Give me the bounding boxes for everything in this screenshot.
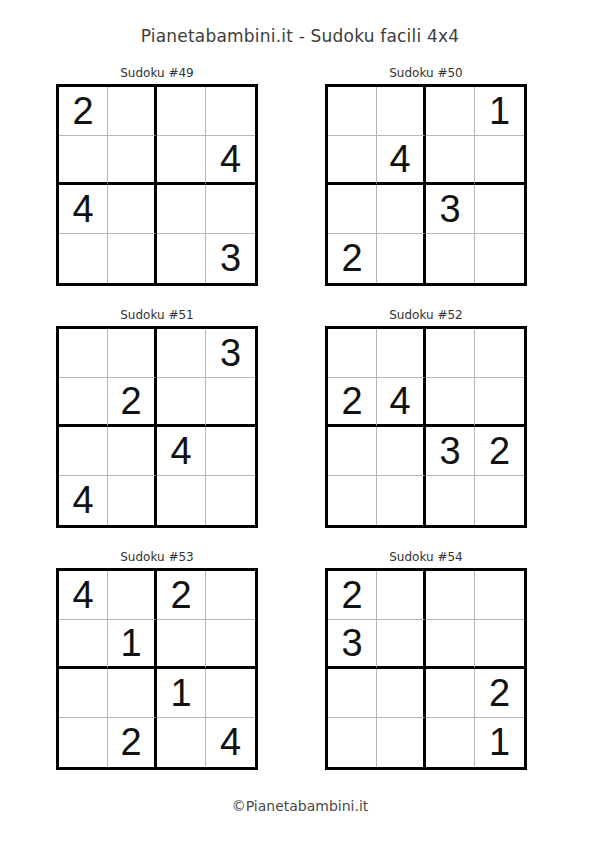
cell-r4c4 [206, 476, 255, 525]
cell-r2c1 [59, 620, 108, 669]
sudoku-board-52: 2432 [325, 326, 527, 528]
cell-r2c1 [328, 136, 377, 185]
cell-r4c3 [157, 718, 206, 767]
puzzle-sudoku-52: Sudoku #52 2432 [325, 308, 527, 528]
cell-r2c4 [206, 620, 255, 669]
cell-r4c2 [377, 234, 426, 283]
cell-r1c1: 2 [59, 87, 108, 136]
puzzle-sudoku-54: Sudoku #54 2321 [325, 550, 527, 770]
cell-r4c4 [475, 476, 524, 525]
page-title: Pianetabambini.it - Sudoku facili 4x4 [0, 26, 600, 46]
cell-r1c1: 4 [59, 571, 108, 620]
cell-r1c1 [328, 87, 377, 136]
cell-r4c1: 2 [328, 234, 377, 283]
cell-r1c4: 1 [475, 87, 524, 136]
cell-r2c4: 4 [206, 136, 255, 185]
cell-r3c1 [59, 669, 108, 718]
cell-r3c3: 4 [157, 427, 206, 476]
copyright-footer: ©Pianetabambini.it [0, 798, 600, 814]
cell-r1c2 [108, 87, 157, 136]
cell-r2c1: 2 [328, 378, 377, 427]
cell-r3c2 [108, 185, 157, 234]
cell-r1c1: 2 [328, 571, 377, 620]
cell-r2c3 [426, 136, 475, 185]
cell-r4c2 [108, 476, 157, 525]
cell-r2c2: 4 [377, 136, 426, 185]
cell-r2c3 [157, 136, 206, 185]
puzzle-sudoku-49: Sudoku #49 2443 [56, 66, 258, 286]
cell-r2c1 [59, 378, 108, 427]
cell-r2c2: 2 [108, 378, 157, 427]
puzzle-title: Sudoku #53 [56, 550, 258, 564]
cell-r2c3 [426, 620, 475, 669]
cell-r3c4: 2 [475, 669, 524, 718]
cell-r3c1 [59, 427, 108, 476]
puzzle-sudoku-50: Sudoku #50 1432 [325, 66, 527, 286]
puzzle-title: Sudoku #51 [56, 308, 258, 322]
cell-r2c4 [475, 136, 524, 185]
puzzle-title: Sudoku #54 [325, 550, 527, 564]
cell-r3c3 [426, 669, 475, 718]
sudoku-board-50: 1432 [325, 84, 527, 286]
cell-r4c1: 4 [59, 476, 108, 525]
cell-r1c4 [475, 329, 524, 378]
cell-r2c1 [59, 136, 108, 185]
cell-r1c1 [328, 329, 377, 378]
cell-r4c3 [426, 234, 475, 283]
worksheet-page: Pianetabambini.it - Sudoku facili 4x4 Su… [0, 26, 600, 814]
puzzle-sudoku-51: Sudoku #51 3244 [56, 308, 258, 528]
cell-r4c4: 3 [206, 234, 255, 283]
cell-r4c1 [59, 718, 108, 767]
cell-r4c2 [377, 718, 426, 767]
cell-r2c2 [377, 620, 426, 669]
cell-r2c3 [157, 378, 206, 427]
cell-r2c4 [475, 378, 524, 427]
cell-r1c3 [426, 87, 475, 136]
cell-r3c2 [377, 185, 426, 234]
sudoku-board-54: 2321 [325, 568, 527, 770]
cell-r4c4 [475, 234, 524, 283]
cell-r2c3 [157, 620, 206, 669]
cell-r4c2: 2 [108, 718, 157, 767]
cell-r1c4 [206, 87, 255, 136]
cell-r3c3: 1 [157, 669, 206, 718]
cell-r1c3 [157, 87, 206, 136]
cell-r3c2 [377, 427, 426, 476]
cell-r3c1: 4 [59, 185, 108, 234]
cell-r3c3 [157, 185, 206, 234]
puzzle-title: Sudoku #49 [56, 66, 258, 80]
cell-r3c4 [206, 427, 255, 476]
cell-r2c2: 1 [108, 620, 157, 669]
puzzle-title: Sudoku #50 [325, 66, 527, 80]
cell-r4c1 [328, 718, 377, 767]
cell-r3c1 [328, 669, 377, 718]
cell-r3c3: 3 [426, 185, 475, 234]
cell-r4c3 [157, 476, 206, 525]
cell-r1c3 [426, 571, 475, 620]
cell-r3c2 [377, 669, 426, 718]
cell-r2c3 [426, 378, 475, 427]
cell-r4c3 [426, 718, 475, 767]
cell-r1c3 [157, 329, 206, 378]
cell-r1c2 [108, 571, 157, 620]
cell-r3c4 [206, 185, 255, 234]
sudoku-board-49: 2443 [56, 84, 258, 286]
cell-r3c4 [206, 669, 255, 718]
cell-r4c4: 4 [206, 718, 255, 767]
cell-r2c1: 3 [328, 620, 377, 669]
cell-r2c4 [206, 378, 255, 427]
cell-r4c3 [426, 476, 475, 525]
cell-r3c4 [475, 185, 524, 234]
sudoku-board-53: 421124 [56, 568, 258, 770]
cell-r1c2 [377, 329, 426, 378]
cell-r1c4 [206, 571, 255, 620]
cell-r2c2: 4 [377, 378, 426, 427]
cell-r3c3: 3 [426, 427, 475, 476]
cell-r2c2 [108, 136, 157, 185]
puzzle-sudoku-53: Sudoku #53 421124 [56, 550, 258, 770]
cell-r4c1 [328, 476, 377, 525]
cell-r4c4: 1 [475, 718, 524, 767]
sudoku-board-51: 3244 [56, 326, 258, 528]
cell-r3c1 [328, 185, 377, 234]
cell-r4c1 [59, 234, 108, 283]
cell-r1c1 [59, 329, 108, 378]
puzzle-grid: Sudoku #49 2443 Sudoku #50 1432 Sudoku #… [0, 66, 600, 770]
cell-r1c2 [108, 329, 157, 378]
cell-r1c2 [377, 87, 426, 136]
puzzle-title: Sudoku #52 [325, 308, 527, 322]
cell-r3c4: 2 [475, 427, 524, 476]
cell-r1c4: 3 [206, 329, 255, 378]
cell-r1c3 [426, 329, 475, 378]
cell-r3c2 [108, 427, 157, 476]
cell-r1c3: 2 [157, 571, 206, 620]
cell-r3c2 [108, 669, 157, 718]
cell-r4c2 [108, 234, 157, 283]
cell-r1c2 [377, 571, 426, 620]
cell-r3c1 [328, 427, 377, 476]
cell-r4c2 [377, 476, 426, 525]
cell-r2c4 [475, 620, 524, 669]
cell-r1c4 [475, 571, 524, 620]
cell-r4c3 [157, 234, 206, 283]
